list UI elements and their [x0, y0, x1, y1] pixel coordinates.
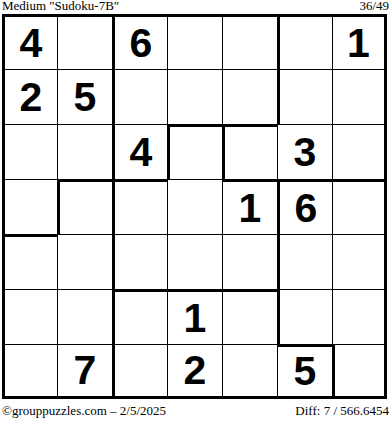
sudoku-cell-r7c2[interactable]: 7 — [57, 344, 112, 399]
sudoku-cell-r7c1[interactable] — [2, 344, 57, 399]
sudoku-cell-r1c1[interactable]: 4 — [2, 14, 57, 69]
sudoku-cell-r1c5[interactable] — [222, 14, 277, 69]
puzzle-title: Medium "Sudoku-7B" — [2, 0, 119, 13]
cells-remaining-counter: 36/49 — [359, 0, 389, 13]
sudoku-cell-r3c6[interactable]: 3 — [277, 124, 332, 179]
sudoku-cell-r6c5[interactable] — [222, 289, 277, 344]
sudoku-cell-r4c1[interactable] — [2, 179, 57, 234]
sudoku-cell-r7c5[interactable] — [222, 344, 277, 399]
sudoku-cell-r5c7[interactable] — [332, 234, 387, 289]
sudoku-cell-r1c2[interactable] — [57, 14, 112, 69]
sudoku-cell-r3c5[interactable] — [222, 124, 277, 179]
sudoku-cell-r1c4[interactable] — [167, 14, 222, 69]
sudoku-cell-r2c6[interactable] — [277, 69, 332, 124]
sudoku-cell-r4c5[interactable]: 1 — [222, 179, 277, 234]
sudoku-board: 4612543161725 — [2, 14, 387, 399]
copyright-date-text: ©grouppuzzles.com – 2/5/2025 — [2, 403, 166, 419]
puzzle-footer: ©grouppuzzles.com – 2/5/2025 Diff: 7 / 5… — [2, 403, 389, 419]
sudoku-cell-r1c6[interactable] — [277, 14, 332, 69]
sudoku-cell-r5c2[interactable] — [57, 234, 112, 289]
sudoku-cell-r2c5[interactable] — [222, 69, 277, 124]
sudoku-cell-r2c2[interactable]: 5 — [57, 69, 112, 124]
sudoku-cell-r3c4[interactable] — [167, 124, 222, 179]
sudoku-cell-r2c1[interactable]: 2 — [2, 69, 57, 124]
puzzle-header: Medium "Sudoku-7B" 36/49 — [2, 0, 389, 13]
sudoku-cell-r1c7[interactable]: 1 — [332, 14, 387, 69]
sudoku-cell-r6c2[interactable] — [57, 289, 112, 344]
sudoku-cell-r6c3[interactable] — [112, 289, 167, 344]
sudoku-cell-r5c1[interactable] — [2, 234, 57, 289]
sudoku-cell-r6c7[interactable] — [332, 289, 387, 344]
sudoku-cell-r4c7[interactable] — [332, 179, 387, 234]
sudoku-cell-r2c3[interactable] — [112, 69, 167, 124]
sudoku-cell-r3c2[interactable] — [57, 124, 112, 179]
sudoku-cell-r7c6[interactable]: 5 — [277, 344, 332, 399]
sudoku-cell-r2c7[interactable] — [332, 69, 387, 124]
sudoku-cell-r1c3[interactable]: 6 — [112, 14, 167, 69]
sudoku-cell-r4c3[interactable] — [112, 179, 167, 234]
sudoku-cell-r3c1[interactable] — [2, 124, 57, 179]
sudoku-cell-r6c6[interactable] — [277, 289, 332, 344]
sudoku-cell-r7c3[interactable] — [112, 344, 167, 399]
sudoku-cell-r4c6[interactable]: 6 — [277, 179, 332, 234]
sudoku-cell-r3c7[interactable] — [332, 124, 387, 179]
sudoku-cell-r7c7[interactable] — [332, 344, 387, 399]
sudoku-cell-r4c2[interactable] — [57, 179, 112, 234]
sudoku-cell-r5c3[interactable] — [112, 234, 167, 289]
sudoku-cell-r6c4[interactable]: 1 — [167, 289, 222, 344]
sudoku-cell-r2c4[interactable] — [167, 69, 222, 124]
sudoku-cell-r5c5[interactable] — [222, 234, 277, 289]
sudoku-cell-r6c1[interactable] — [2, 289, 57, 344]
sudoku-cell-r7c4[interactable]: 2 — [167, 344, 222, 399]
sudoku-cell-r4c4[interactable] — [167, 179, 222, 234]
sudoku-cell-r3c3[interactable]: 4 — [112, 124, 167, 179]
sudoku-cell-r5c6[interactable] — [277, 234, 332, 289]
sudoku-cell-r5c4[interactable] — [167, 234, 222, 289]
difficulty-text: Diff: 7 / 566.6454 — [295, 403, 389, 419]
